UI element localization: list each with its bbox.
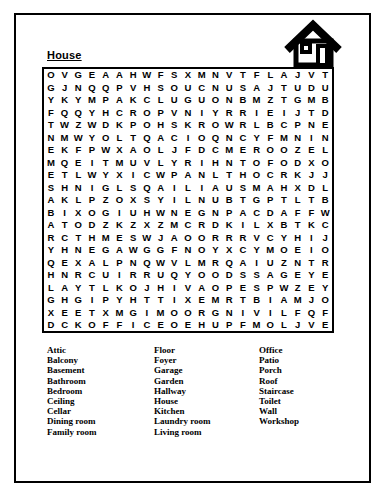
grid-cell-r11c18: T bbox=[277, 194, 291, 206]
grid-cell-r9c1: E bbox=[44, 169, 58, 181]
grid-cell-r21c10: O bbox=[167, 319, 181, 331]
word-item: Garage bbox=[154, 365, 211, 375]
grid-cell-r11c9: Y bbox=[154, 194, 168, 206]
grid-cell-r2c12: C bbox=[195, 81, 209, 93]
grid-cell-r15c10: F bbox=[167, 244, 181, 256]
grid-cell-r11c21: B bbox=[318, 194, 332, 206]
grid-cell-r10c3: N bbox=[71, 181, 85, 193]
grid-cell-r21c4: O bbox=[85, 319, 99, 331]
grid-cell-r19c5: P bbox=[99, 294, 113, 306]
grid-cell-r14c18: Y bbox=[277, 231, 291, 243]
grid-cell-r5c11: K bbox=[181, 119, 195, 131]
grid-cell-r5c6: K bbox=[113, 119, 127, 131]
grid-cell-r2c21: U bbox=[318, 81, 332, 93]
grid-cell-r18c9: H bbox=[154, 281, 168, 293]
grid-cell-r17c7: R bbox=[126, 269, 140, 281]
word-item: Balcony bbox=[47, 355, 97, 365]
grid-cell-r4c7: R bbox=[126, 106, 140, 118]
grid-cell-r18c11: V bbox=[181, 281, 195, 293]
grid-cell-r12c13: N bbox=[209, 206, 223, 218]
grid-cell-r21c15: F bbox=[236, 319, 250, 331]
word-item: Workshop bbox=[259, 416, 299, 426]
grid-cell-r10c11: L bbox=[181, 181, 195, 193]
grid-cell-r7c13: C bbox=[209, 144, 223, 156]
grid-cell-r14c4: H bbox=[85, 231, 99, 243]
grid-cell-r1c15: T bbox=[236, 69, 250, 81]
grid-cell-r18c14: P bbox=[222, 281, 236, 293]
grid-cell-r20c14: N bbox=[222, 306, 236, 318]
grid-cell-r1c1: O bbox=[44, 69, 58, 81]
grid-cell-r1c3: G bbox=[71, 69, 85, 81]
word-item: Family room bbox=[47, 427, 97, 437]
grid-cell-r7c4: P bbox=[85, 144, 99, 156]
grid-cell-r1c13: N bbox=[209, 69, 223, 81]
grid-cell-r6c16: Y bbox=[250, 131, 264, 143]
grid-cell-r3c3: Y bbox=[71, 94, 85, 106]
grid-cell-r17c8: R bbox=[140, 269, 154, 281]
grid-cell-r19c4: I bbox=[85, 294, 99, 306]
word-item: Garden bbox=[154, 376, 211, 386]
grid-cell-r16c9: W bbox=[154, 256, 168, 268]
grid-cell-r14c3: T bbox=[71, 231, 85, 243]
grid-cell-r9c15: H bbox=[236, 169, 250, 181]
grid-cell-r1c18: A bbox=[277, 69, 291, 81]
grid-cell-r19c7: H bbox=[126, 294, 140, 306]
grid-cell-r13c13: D bbox=[209, 219, 223, 231]
grid-cell-r16c17: U bbox=[263, 256, 277, 268]
grid-cell-r8c18: O bbox=[277, 156, 291, 168]
grid-cell-r11c20: T bbox=[305, 194, 319, 206]
grid-cell-r2c18: T bbox=[277, 81, 291, 93]
grid-cell-r4c15: R bbox=[236, 106, 250, 118]
grid-cell-r4c12: I bbox=[195, 106, 209, 118]
grid-cell-r17c3: R bbox=[71, 269, 85, 281]
grid-cell-r17c14: D bbox=[222, 269, 236, 281]
grid-cell-r20c8: I bbox=[140, 306, 154, 318]
grid-cell-r8c19: D bbox=[291, 156, 305, 168]
grid-cell-r19c14: R bbox=[222, 294, 236, 306]
grid-cell-r11c4: P bbox=[85, 194, 99, 206]
grid-cell-r10c18: H bbox=[277, 181, 291, 193]
grid-cell-r14c16: V bbox=[250, 231, 264, 243]
grid-cell-r16c7: N bbox=[126, 256, 140, 268]
word-item: House bbox=[154, 396, 211, 406]
grid-cell-r11c2: K bbox=[58, 194, 72, 206]
grid-cell-r7c7: A bbox=[126, 144, 140, 156]
grid-cell-r6c10: C bbox=[167, 131, 181, 143]
grid-cell-r4c11: N bbox=[181, 106, 195, 118]
grid-cell-r11c19: L bbox=[291, 194, 305, 206]
grid-cell-r21c14: P bbox=[222, 319, 236, 331]
grid-cell-r8c1: M bbox=[44, 156, 58, 168]
grid-cell-r6c15: C bbox=[236, 131, 250, 143]
grid-cell-r4c16: I bbox=[250, 106, 264, 118]
grid-cell-r17c15: S bbox=[236, 269, 250, 281]
grid-cell-r16c21: R bbox=[318, 256, 332, 268]
grid-cell-r13c9: Z bbox=[154, 219, 168, 231]
grid-cell-r4c5: H bbox=[99, 106, 113, 118]
grid-cell-r16c5: L bbox=[99, 256, 113, 268]
grid-cell-r19c19: M bbox=[291, 294, 305, 306]
grid-cell-r20c12: R bbox=[195, 306, 209, 318]
house-icon bbox=[284, 18, 342, 68]
grid-cell-r2c4: Q bbox=[85, 81, 99, 93]
grid-cell-r13c18: B bbox=[277, 219, 291, 231]
word-item: Wall bbox=[259, 406, 299, 416]
grid-cell-r8c9: L bbox=[154, 156, 168, 168]
grid-cell-r14c13: R bbox=[209, 231, 223, 243]
grid-cell-r21c17: O bbox=[263, 319, 277, 331]
grid-cell-r15c4: E bbox=[85, 244, 99, 256]
grid-cell-r1c8: W bbox=[140, 69, 154, 81]
grid-cell-r5c3: Z bbox=[71, 119, 85, 131]
grid-cell-r13c16: L bbox=[250, 219, 264, 231]
grid-cell-r10c6: L bbox=[113, 181, 127, 193]
grid-cell-r1c10: S bbox=[167, 69, 181, 81]
grid-cell-r15c20: I bbox=[305, 244, 319, 256]
grid-cell-r1c4: E bbox=[85, 69, 99, 81]
grid-cell-r17c10: Q bbox=[167, 269, 181, 281]
word-item: Laundry room bbox=[154, 416, 211, 426]
grid-cell-r20c18: L bbox=[277, 306, 291, 318]
grid-cell-r17c13: O bbox=[209, 269, 223, 281]
grid-cell-r5c5: D bbox=[99, 119, 113, 131]
grid-cell-r1c6: A bbox=[113, 69, 127, 81]
grid-cell-r7c1: E bbox=[44, 144, 58, 156]
grid-cell-r7c16: R bbox=[250, 144, 264, 156]
grid-cell-r13c6: K bbox=[113, 219, 127, 231]
grid-cell-r21c19: J bbox=[291, 319, 305, 331]
grid-cell-r3c8: C bbox=[140, 94, 154, 106]
grid-cell-r15c21: O bbox=[318, 244, 332, 256]
grid-cell-r20c17: I bbox=[263, 306, 277, 318]
grid-cell-r12c17: D bbox=[263, 206, 277, 218]
grid-cell-r18c7: O bbox=[126, 281, 140, 293]
grid-cell-r3c16: M bbox=[250, 94, 264, 106]
grid-cell-r11c3: L bbox=[71, 194, 85, 206]
house-window bbox=[302, 44, 310, 52]
grid-cell-r16c8: Q bbox=[140, 256, 154, 268]
grid-cell-r21c3: K bbox=[71, 319, 85, 331]
grid-cell-r10c20: D bbox=[305, 181, 319, 193]
grid-cell-r1c14: V bbox=[222, 69, 236, 81]
grid-cell-r2c3: N bbox=[71, 81, 85, 93]
grid-cell-r13c7: Z bbox=[126, 219, 140, 231]
grid-cell-r1c16: F bbox=[250, 69, 264, 81]
grid-cell-r1c5: A bbox=[99, 69, 113, 81]
grid-cell-r8c16: O bbox=[250, 156, 264, 168]
grid-cell-r15c9: G bbox=[154, 244, 168, 256]
grid-cell-r6c14: N bbox=[222, 131, 236, 143]
grid-cell-r12c7: U bbox=[126, 206, 140, 218]
grid-cell-r11c16: G bbox=[250, 194, 264, 206]
grid-cell-r8c21: O bbox=[318, 156, 332, 168]
grid-cell-r4c3: Q bbox=[71, 106, 85, 118]
grid-cell-r15c5: G bbox=[99, 244, 113, 256]
word-item: Roof bbox=[259, 376, 299, 386]
grid-cell-r13c11: C bbox=[181, 219, 195, 231]
grid-cell-r7c5: W bbox=[99, 144, 113, 156]
grid-cell-r5c10: S bbox=[167, 119, 181, 131]
grid-cell-r10c10: I bbox=[167, 181, 181, 193]
grid-cell-r1c9: F bbox=[154, 69, 168, 81]
grid-cell-r19c18: A bbox=[277, 294, 291, 306]
grid-cell-r9c7: I bbox=[126, 169, 140, 181]
grid-cell-r20c16: V bbox=[250, 306, 264, 318]
grid-cell-r14c17: C bbox=[263, 231, 277, 243]
grid-cell-r10c5: G bbox=[99, 181, 113, 193]
grid-cell-r3c14: N bbox=[222, 94, 236, 106]
grid-cell-r8c8: V bbox=[140, 156, 154, 168]
grid-cell-r2c20: D bbox=[305, 81, 319, 93]
grid-cell-r2c5: Q bbox=[99, 81, 113, 93]
grid-cell-r12c4: O bbox=[85, 206, 99, 218]
grid-cell-r20c2: E bbox=[58, 306, 72, 318]
grid-cell-r2c14: U bbox=[222, 81, 236, 93]
grid-cell-r4c19: J bbox=[291, 106, 305, 118]
grid-cell-r3c12: U bbox=[195, 94, 209, 106]
grid-cell-r19c3: G bbox=[71, 294, 85, 306]
grid-cell-r13c15: I bbox=[236, 219, 250, 231]
grid-cell-r17c20: Y bbox=[305, 269, 319, 281]
word-item: Ceiling bbox=[47, 396, 97, 406]
grid-cell-r2c11: U bbox=[181, 81, 195, 93]
grid-cell-r21c11: E bbox=[181, 319, 195, 331]
grid-cell-r5c21: E bbox=[318, 119, 332, 131]
grid-cell-r10c13: A bbox=[209, 181, 223, 193]
grid-cell-r16c11: L bbox=[181, 256, 195, 268]
grid-cell-r14c6: E bbox=[113, 231, 127, 243]
grid-cell-r9c8: C bbox=[140, 169, 154, 181]
word-item: Basement bbox=[47, 365, 97, 375]
grid-cell-r19c11: X bbox=[181, 294, 195, 306]
grid-cell-r19c1: G bbox=[44, 294, 58, 306]
grid-cell-r21c13: U bbox=[209, 319, 223, 331]
word-item: Patio bbox=[259, 355, 299, 365]
grid-cell-r13c5: Z bbox=[99, 219, 113, 231]
grid-cell-r16c20: T bbox=[305, 256, 319, 268]
grid-cell-r19c17: I bbox=[263, 294, 277, 306]
grid-cell-r13c21: C bbox=[318, 219, 332, 231]
grid-cell-r18c6: K bbox=[113, 281, 127, 293]
grid-cell-r15c15: C bbox=[236, 244, 250, 256]
grid-cell-r6c2: M bbox=[58, 131, 72, 143]
grid-cell-r4c2: Q bbox=[58, 106, 72, 118]
grid-cell-r7c3: F bbox=[71, 144, 85, 156]
grid-cell-r14c8: W bbox=[140, 231, 154, 243]
grid-cell-r20c19: F bbox=[291, 306, 305, 318]
grid-cell-r1c19: J bbox=[291, 69, 305, 81]
word-list-column-3: OfficePatioPorchRoofStaircaseToiletWallW… bbox=[259, 345, 299, 427]
grid-cell-r2c17: J bbox=[263, 81, 277, 93]
grid-cell-r9c16: O bbox=[250, 169, 264, 181]
grid-cell-r3c2: K bbox=[58, 94, 72, 106]
grid-cell-r5c17: B bbox=[263, 119, 277, 131]
grid-cell-r6c20: I bbox=[305, 131, 319, 143]
word-list-column-1: AtticBalconyBasementBathroomBedroomCeili… bbox=[47, 345, 97, 437]
grid-cell-r6c3: W bbox=[71, 131, 85, 143]
grid-cell-r16c12: M bbox=[195, 256, 209, 268]
grid-cell-r8c2: Q bbox=[58, 156, 72, 168]
grid-cell-r7c15: E bbox=[236, 144, 250, 156]
grid-cell-r13c14: K bbox=[222, 219, 236, 231]
grid-cell-r12c21: W bbox=[318, 206, 332, 218]
grid-cell-r11c17: P bbox=[263, 194, 277, 206]
grid-cell-r12c19: F bbox=[291, 206, 305, 218]
grid-cell-r15c8: G bbox=[140, 244, 154, 256]
grid-cell-r14c19: H bbox=[291, 231, 305, 243]
grid-cell-r1c20: V bbox=[305, 69, 319, 81]
grid-cell-r6c21: N bbox=[318, 131, 332, 143]
grid-cell-r9c10: P bbox=[167, 169, 181, 181]
grid-cell-r6c13: Q bbox=[209, 131, 223, 143]
grid-cell-r4c8: O bbox=[140, 106, 154, 118]
grid-cell-r9c18: R bbox=[277, 169, 291, 181]
grid-cell-r12c3: X bbox=[71, 206, 85, 218]
grid-cell-r12c12: G bbox=[195, 206, 209, 218]
grid-cell-r20c4: T bbox=[85, 306, 99, 318]
grid-cell-r3c21: B bbox=[318, 94, 332, 106]
grid-cell-r10c15: S bbox=[236, 181, 250, 193]
grid-cell-r12c16: C bbox=[250, 206, 264, 218]
grid-cell-r16c19: N bbox=[291, 256, 305, 268]
grid-cell-r5c15: R bbox=[236, 119, 250, 131]
grid-cell-r9c12: N bbox=[195, 169, 209, 181]
grid-cell-r8c20: X bbox=[305, 156, 319, 168]
grid-cell-r20c6: M bbox=[113, 306, 127, 318]
grid-cell-r5c12: R bbox=[195, 119, 209, 131]
grid-cell-r21c2: C bbox=[58, 319, 72, 331]
grid-cell-r7c8: O bbox=[140, 144, 154, 156]
grid-cell-r10c17: A bbox=[263, 181, 277, 193]
grid-cell-r5c7: P bbox=[126, 119, 140, 131]
grid-cell-r6c4: Y bbox=[85, 131, 99, 143]
word-item: Bedroom bbox=[47, 386, 97, 396]
grid-cell-r21c20: V bbox=[305, 319, 319, 331]
grid-cell-r21c5: F bbox=[99, 319, 113, 331]
grid-cell-r15c16: Y bbox=[250, 244, 264, 256]
grid-cell-r13c10: M bbox=[167, 219, 181, 231]
word-item: Dining room bbox=[47, 416, 97, 426]
grid-cell-r15c6: A bbox=[113, 244, 127, 256]
grid-cell-r3c11: G bbox=[181, 94, 195, 106]
grid-cell-r13c2: T bbox=[58, 219, 72, 231]
grid-cell-r11c15: T bbox=[236, 194, 250, 206]
grid-cell-r11c8: S bbox=[140, 194, 154, 206]
grid-cell-r9c21: J bbox=[318, 169, 332, 181]
grid-cell-r6c1: N bbox=[44, 131, 58, 143]
grid-cell-r19c16: B bbox=[250, 294, 264, 306]
grid-cell-r4c9: P bbox=[154, 106, 168, 118]
word-item: Porch bbox=[259, 365, 299, 375]
grid-cell-r5c1: T bbox=[44, 119, 58, 131]
word-search-grid: OVGEAAHWFSXMNVTFLAJVTGJNQQPVHSOUCNUSAJTU… bbox=[42, 67, 334, 333]
grid-cell-r17c5: U bbox=[99, 269, 113, 281]
grid-cell-r2c19: U bbox=[291, 81, 305, 93]
grid-cell-r19c6: Y bbox=[113, 294, 127, 306]
grid-cell-r12c20: F bbox=[305, 206, 319, 218]
grid-cell-r1c12: M bbox=[195, 69, 209, 81]
grid-cell-r13c8: X bbox=[140, 219, 154, 231]
grid-cell-r18c20: E bbox=[305, 281, 319, 293]
grid-cell-r3c7: K bbox=[126, 94, 140, 106]
grid-cell-r12c1: B bbox=[44, 206, 58, 218]
grid-cell-r6c9: A bbox=[154, 131, 168, 143]
grid-cell-r20c7: G bbox=[126, 306, 140, 318]
grid-cell-r18c10: I bbox=[167, 281, 181, 293]
grid-cell-r21c18: L bbox=[277, 319, 291, 331]
word-item: Cellar bbox=[47, 406, 97, 416]
word-item: Hallway bbox=[154, 386, 211, 396]
grid-cell-r16c14: Q bbox=[222, 256, 236, 268]
word-item: Foyer bbox=[154, 355, 211, 365]
grid-cell-r18c13: O bbox=[209, 281, 223, 293]
grid-cell-r21c6: F bbox=[113, 319, 127, 331]
grid-cell-r9c13: L bbox=[209, 169, 223, 181]
grid-cell-r21c16: M bbox=[250, 319, 264, 331]
grid-cell-r1c7: H bbox=[126, 69, 140, 81]
grid-cell-r8c3: E bbox=[71, 156, 85, 168]
grid-cell-r15c1: Y bbox=[44, 244, 58, 256]
grid-cell-r14c14: R bbox=[222, 231, 236, 243]
grid-cell-r3c5: P bbox=[99, 94, 113, 106]
grid-cell-r4c18: I bbox=[277, 106, 291, 118]
grid-cell-r14c10: A bbox=[167, 231, 181, 243]
grid-cell-r2c1: G bbox=[44, 81, 58, 93]
grid-cell-r18c8: J bbox=[140, 281, 154, 293]
grid-cell-r19c13: M bbox=[209, 294, 223, 306]
grid-cell-r9c11: A bbox=[181, 169, 195, 181]
grid-cell-r8c14: N bbox=[222, 156, 236, 168]
grid-cell-r15c7: W bbox=[126, 244, 140, 256]
grid-cell-r16c3: X bbox=[71, 256, 85, 268]
grid-cell-r7c14: M bbox=[222, 144, 236, 156]
grid-cell-r6c12: O bbox=[195, 131, 209, 143]
grid-cell-r14c21: J bbox=[318, 231, 332, 243]
grid-cell-r16c18: Z bbox=[277, 256, 291, 268]
grid-cell-r13c3: O bbox=[71, 219, 85, 231]
grid-cell-r8c5: T bbox=[99, 156, 113, 168]
grid-cell-r12c6: I bbox=[113, 206, 127, 218]
grid-cell-r17c11: Y bbox=[181, 269, 195, 281]
grid-cell-r2c16: A bbox=[250, 81, 264, 93]
word-item: Floor bbox=[154, 345, 211, 355]
grid-cell-r10c2: H bbox=[58, 181, 72, 193]
grid-cell-r13c4: D bbox=[85, 219, 99, 231]
grid-cell-r5c19: P bbox=[291, 119, 305, 131]
grid-cell-r11c10: I bbox=[167, 194, 181, 206]
grid-cell-r5c20: N bbox=[305, 119, 319, 131]
grid-cell-r4c13: Y bbox=[209, 106, 223, 118]
grid-cell-r8c4: I bbox=[85, 156, 99, 168]
grid-cell-r12c8: H bbox=[140, 206, 154, 218]
grid-cell-r15c12: O bbox=[195, 244, 209, 256]
grid-cell-r8c10: Y bbox=[167, 156, 181, 168]
grid-cell-r7c20: E bbox=[305, 144, 319, 156]
grid-cell-r8c7: U bbox=[126, 156, 140, 168]
grid-cell-r19c2: H bbox=[58, 294, 72, 306]
grid-cell-r4c6: C bbox=[113, 106, 127, 118]
grid-cell-r15c2: H bbox=[58, 244, 72, 256]
grid-cell-r3c10: U bbox=[167, 94, 181, 106]
word-item: Staircase bbox=[259, 386, 299, 396]
grid-cell-r3c17: Z bbox=[263, 94, 277, 106]
grid-cell-r12c2: I bbox=[58, 206, 72, 218]
grid-cell-r7c6: X bbox=[113, 144, 127, 156]
grid-cell-r18c18: W bbox=[277, 281, 291, 293]
grid-cell-r18c19: Z bbox=[291, 281, 305, 293]
grid-cell-r17c21: E bbox=[318, 269, 332, 281]
